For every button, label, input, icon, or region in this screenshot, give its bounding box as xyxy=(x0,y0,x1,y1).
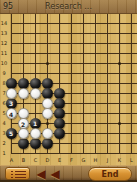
grid-line-horizontal xyxy=(11,23,137,24)
stone-white xyxy=(42,98,53,109)
row-label: 4 xyxy=(0,120,8,126)
row-label: 12 xyxy=(0,40,8,46)
row-label: 13 xyxy=(0,30,8,36)
row-label: 14 xyxy=(0,20,8,26)
stone-white xyxy=(30,128,41,139)
stone-black xyxy=(18,138,29,149)
col-label: J xyxy=(103,157,112,163)
star-point xyxy=(118,122,121,125)
stone-black xyxy=(54,88,65,99)
row-label: 1 xyxy=(0,150,8,156)
stone-white xyxy=(18,88,29,99)
move-list-button[interactable] xyxy=(5,167,30,180)
grid-line-horizontal xyxy=(11,113,137,114)
col-label: E xyxy=(55,157,64,163)
col-label: K xyxy=(115,157,124,163)
stone-black xyxy=(18,78,29,89)
star-point xyxy=(46,122,49,125)
stone-black: 1 xyxy=(30,118,41,129)
stone-black xyxy=(54,98,65,109)
col-label: G xyxy=(79,157,88,163)
stone-white xyxy=(18,108,29,119)
stone-white xyxy=(6,88,17,99)
bottom-bar: ◀ ◀ End xyxy=(0,165,137,182)
grid-line-horizontal xyxy=(11,73,137,74)
col-label: L xyxy=(127,157,136,163)
stone-black xyxy=(42,88,53,99)
stone-black xyxy=(42,138,53,149)
col-label: H xyxy=(91,157,100,163)
stone-black xyxy=(42,78,53,89)
stone-black xyxy=(54,108,65,119)
grid-line-horizontal xyxy=(11,43,137,44)
star-point xyxy=(46,62,49,65)
stone-black xyxy=(54,118,65,129)
left-arrow-icon: ◀ xyxy=(50,167,59,181)
stone-white: 2 xyxy=(18,118,29,129)
col-label: F xyxy=(67,157,76,163)
stone-black xyxy=(30,78,41,89)
list-icon xyxy=(11,171,26,178)
page-title: Research ... xyxy=(0,2,137,11)
grid-line-horizontal xyxy=(11,33,137,34)
left-arrow-icon: ◀ xyxy=(36,167,45,181)
star-point xyxy=(118,62,121,65)
row-label: 10 xyxy=(0,60,8,66)
stone-black: 5 xyxy=(6,128,17,139)
col-label: C xyxy=(31,157,40,163)
col-label: A xyxy=(7,157,16,163)
col-label: D xyxy=(43,157,52,163)
go-app-window: 95 Research ... ABCDEFGHJKL1234567891011… xyxy=(0,0,137,182)
stone-white xyxy=(30,88,41,99)
col-label: B xyxy=(19,157,28,163)
stone-white xyxy=(42,128,53,139)
stone-white: 4 xyxy=(6,108,17,119)
row-label: 9 xyxy=(0,70,8,76)
end-button[interactable]: End xyxy=(88,167,132,181)
grid-line-horizontal xyxy=(11,153,137,154)
row-label: 2 xyxy=(0,140,8,146)
stone-white xyxy=(42,108,53,119)
grid-line-horizontal xyxy=(11,103,137,104)
go-board[interactable]: ABCDEFGHJKL123456789101112131431542 xyxy=(0,14,137,165)
back-arrow-button-1[interactable]: ◀ xyxy=(34,166,48,181)
stone-white xyxy=(18,128,29,139)
back-arrow-button-2[interactable]: ◀ xyxy=(48,166,62,181)
stone-black xyxy=(30,138,41,149)
row-label: 11 xyxy=(0,50,8,56)
stone-black: 3 xyxy=(6,98,17,109)
stone-black xyxy=(54,128,65,139)
stone-black xyxy=(6,78,17,89)
top-bar: 95 Research ... xyxy=(0,0,137,14)
grid-line-horizontal xyxy=(11,53,137,54)
